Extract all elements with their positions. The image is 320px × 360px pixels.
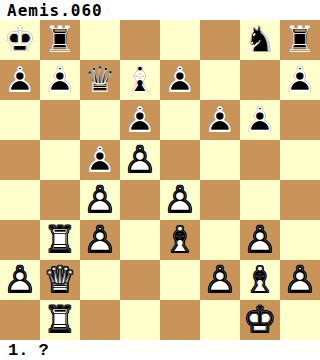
piece-black-pawn-icon: ♟ bbox=[120, 100, 160, 140]
piece-white-bishop-icon: ♝ bbox=[240, 260, 280, 300]
square-g7[interactable] bbox=[240, 60, 280, 100]
square-f2[interactable]: ♟♙ bbox=[200, 260, 240, 300]
square-a1[interactable] bbox=[0, 300, 40, 340]
piece-white-queen-icon: ♕ bbox=[40, 260, 80, 300]
square-a3[interactable] bbox=[0, 220, 40, 260]
square-c7[interactable]: ♛♕ bbox=[80, 60, 120, 100]
square-g3[interactable]: ♟♙ bbox=[240, 220, 280, 260]
piece-white-rook-icon: ♖ bbox=[40, 220, 80, 260]
piece-white-bishop-icon: ♝ bbox=[160, 220, 200, 260]
square-c2[interactable] bbox=[80, 260, 120, 300]
square-e5[interactable] bbox=[160, 140, 200, 180]
square-a2[interactable]: ♟♙ bbox=[0, 260, 40, 300]
square-f5[interactable] bbox=[200, 140, 240, 180]
title-bar: Aemis.060 bbox=[0, 0, 320, 20]
piece-white-pawn-icon: ♙ bbox=[160, 180, 200, 220]
square-g2[interactable]: ♝♗ bbox=[240, 260, 280, 300]
piece-white-pawn-icon: ♟ bbox=[0, 260, 40, 300]
chess-board: ♚♔♜♖♞♘♜♖♟♙♟♙♛♕♝♗♟♙♟♙♟♙♟♙♟♙♟♙♟♙♟♙♟♙♜♖♟♙♝♗… bbox=[0, 20, 320, 340]
square-c4[interactable]: ♟♙ bbox=[80, 180, 120, 220]
piece-black-pawn-icon: ♙ bbox=[240, 100, 280, 140]
piece-black-queen-icon: ♕ bbox=[80, 60, 120, 100]
piece-black-knight-icon: ♞ bbox=[240, 20, 280, 60]
piece-black-pawn-icon: ♟ bbox=[40, 60, 80, 100]
diagram-title: Aemis.060 bbox=[0, 1, 103, 20]
piece-black-pawn-icon: ♙ bbox=[200, 100, 240, 140]
square-b6[interactable] bbox=[40, 100, 80, 140]
square-b1[interactable]: ♜♖ bbox=[40, 300, 80, 340]
square-e1[interactable] bbox=[160, 300, 200, 340]
piece-black-queen-icon: ♛ bbox=[80, 60, 120, 100]
square-e4[interactable]: ♟♙ bbox=[160, 180, 200, 220]
piece-white-queen-icon: ♛ bbox=[40, 260, 80, 300]
square-c8[interactable] bbox=[80, 20, 120, 60]
square-b2[interactable]: ♛♕ bbox=[40, 260, 80, 300]
square-f3[interactable] bbox=[200, 220, 240, 260]
square-d3[interactable] bbox=[120, 220, 160, 260]
square-h5[interactable] bbox=[280, 140, 320, 180]
square-f4[interactable] bbox=[200, 180, 240, 220]
piece-black-pawn-icon: ♙ bbox=[120, 100, 160, 140]
piece-white-pawn-icon: ♙ bbox=[80, 220, 120, 260]
piece-white-pawn-icon: ♙ bbox=[120, 140, 160, 180]
piece-black-pawn-icon: ♟ bbox=[240, 100, 280, 140]
square-b7[interactable]: ♟♙ bbox=[40, 60, 80, 100]
square-h7[interactable]: ♟♙ bbox=[280, 60, 320, 100]
piece-black-king-icon: ♔ bbox=[0, 20, 40, 60]
square-c5[interactable]: ♟♙ bbox=[80, 140, 120, 180]
square-f1[interactable] bbox=[200, 300, 240, 340]
square-a8[interactable]: ♚♔ bbox=[0, 20, 40, 60]
piece-black-pawn-icon: ♟ bbox=[160, 60, 200, 100]
square-d4[interactable] bbox=[120, 180, 160, 220]
piece-black-pawn-icon: ♟ bbox=[280, 60, 320, 100]
square-d1[interactable] bbox=[120, 300, 160, 340]
piece-black-pawn-icon: ♙ bbox=[40, 60, 80, 100]
square-e2[interactable] bbox=[160, 260, 200, 300]
square-a5[interactable] bbox=[0, 140, 40, 180]
square-f7[interactable] bbox=[200, 60, 240, 100]
piece-white-pawn-icon: ♟ bbox=[80, 220, 120, 260]
piece-black-pawn-icon: ♙ bbox=[0, 60, 40, 100]
square-a7[interactable]: ♟♙ bbox=[0, 60, 40, 100]
piece-black-rook-icon: ♖ bbox=[40, 20, 80, 60]
piece-white-rook-icon: ♖ bbox=[40, 300, 80, 340]
square-f6[interactable]: ♟♙ bbox=[200, 100, 240, 140]
piece-white-pawn-icon: ♟ bbox=[80, 180, 120, 220]
piece-black-rook-icon: ♜ bbox=[40, 20, 80, 60]
piece-white-king-icon: ♔ bbox=[240, 300, 280, 340]
piece-white-pawn-icon: ♙ bbox=[200, 260, 240, 300]
square-h8[interactable]: ♜♖ bbox=[280, 20, 320, 60]
square-h3[interactable] bbox=[280, 220, 320, 260]
square-e3[interactable]: ♝♗ bbox=[160, 220, 200, 260]
piece-black-pawn-icon: ♟ bbox=[80, 140, 120, 180]
square-c1[interactable] bbox=[80, 300, 120, 340]
square-e7[interactable]: ♟♙ bbox=[160, 60, 200, 100]
status-bar: 1. ? bbox=[0, 340, 320, 360]
piece-black-rook-icon: ♖ bbox=[280, 20, 320, 60]
piece-black-bishop-icon: ♝ bbox=[120, 60, 160, 100]
square-d8[interactable] bbox=[120, 20, 160, 60]
square-d7[interactable]: ♝♗ bbox=[120, 60, 160, 100]
piece-white-bishop-icon: ♗ bbox=[160, 220, 200, 260]
piece-white-rook-icon: ♜ bbox=[40, 300, 80, 340]
piece-black-knight-icon: ♘ bbox=[240, 20, 280, 60]
piece-black-bishop-icon: ♗ bbox=[120, 60, 160, 100]
square-e6[interactable] bbox=[160, 100, 200, 140]
move-prompt: 1. ? bbox=[0, 341, 49, 360]
piece-black-pawn-icon: ♙ bbox=[160, 60, 200, 100]
square-c6[interactable] bbox=[80, 100, 120, 140]
square-d6[interactable]: ♟♙ bbox=[120, 100, 160, 140]
piece-black-king-icon: ♚ bbox=[0, 20, 40, 60]
square-c3[interactable]: ♟♙ bbox=[80, 220, 120, 260]
square-d5[interactable]: ♟♙ bbox=[120, 140, 160, 180]
piece-black-pawn-icon: ♙ bbox=[280, 60, 320, 100]
piece-white-pawn-icon: ♙ bbox=[240, 220, 280, 260]
square-h6[interactable] bbox=[280, 100, 320, 140]
square-g5[interactable] bbox=[240, 140, 280, 180]
piece-white-rook-icon: ♜ bbox=[40, 220, 80, 260]
piece-black-pawn-icon: ♟ bbox=[0, 60, 40, 100]
square-b8[interactable]: ♜♖ bbox=[40, 20, 80, 60]
piece-white-pawn-icon: ♙ bbox=[80, 180, 120, 220]
square-g1[interactable]: ♚♔ bbox=[240, 300, 280, 340]
piece-black-rook-icon: ♜ bbox=[280, 20, 320, 60]
square-b3[interactable]: ♜♖ bbox=[40, 220, 80, 260]
square-b5[interactable] bbox=[40, 140, 80, 180]
square-g8[interactable]: ♞♘ bbox=[240, 20, 280, 60]
piece-black-pawn-icon: ♟ bbox=[200, 100, 240, 140]
square-h1[interactable] bbox=[280, 300, 320, 340]
piece-white-bishop-icon: ♗ bbox=[240, 260, 280, 300]
square-h2[interactable]: ♟♙ bbox=[280, 260, 320, 300]
square-g4[interactable] bbox=[240, 180, 280, 220]
square-h4[interactable] bbox=[280, 180, 320, 220]
square-d2[interactable] bbox=[120, 260, 160, 300]
square-e8[interactable] bbox=[160, 20, 200, 60]
piece-white-pawn-icon: ♟ bbox=[160, 180, 200, 220]
square-a6[interactable] bbox=[0, 100, 40, 140]
piece-white-pawn-icon: ♙ bbox=[0, 260, 40, 300]
square-g6[interactable]: ♟♙ bbox=[240, 100, 280, 140]
piece-white-pawn-icon: ♟ bbox=[240, 220, 280, 260]
piece-white-king-icon: ♚ bbox=[240, 300, 280, 340]
square-b4[interactable] bbox=[40, 180, 80, 220]
square-f8[interactable] bbox=[200, 20, 240, 60]
piece-white-pawn-icon: ♟ bbox=[120, 140, 160, 180]
piece-black-pawn-icon: ♙ bbox=[80, 140, 120, 180]
piece-white-pawn-icon: ♟ bbox=[200, 260, 240, 300]
piece-white-pawn-icon: ♟ bbox=[280, 260, 320, 300]
square-a4[interactable] bbox=[0, 180, 40, 220]
piece-white-pawn-icon: ♙ bbox=[280, 260, 320, 300]
